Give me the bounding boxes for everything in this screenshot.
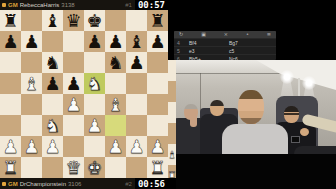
black-pawn: ♟ [84, 31, 105, 52]
white-rook: ♜ [147, 157, 168, 178]
square-g7[interactable]: ♝ [126, 31, 147, 52]
square-h5[interactable] [147, 73, 168, 94]
move-rows: 4Bf4Bg75e3c56Bb5+Nc6 [174, 38, 276, 60]
square-b8[interactable] [21, 10, 42, 31]
move-number: 5 [174, 48, 189, 54]
adjacent-board-square: ♜ [168, 165, 176, 178]
square-c4[interactable] [42, 94, 63, 115]
clock-top: 00:57 [135, 0, 168, 10]
square-a8[interactable]: ♜ [0, 10, 21, 31]
black-bishop: ♝ [126, 31, 147, 52]
square-d4[interactable]: ♟ [63, 94, 84, 115]
black-rook: ♜ [147, 10, 168, 31]
square-b5[interactable]: ♝ [21, 73, 42, 94]
white-pawn: ♟ [126, 136, 147, 157]
player-title: GM [8, 181, 18, 187]
square-e3[interactable]: ♟ [84, 115, 105, 136]
square-a3[interactable] [0, 115, 21, 136]
right-pane: ♝♜ [168, 0, 336, 189]
person-left-head [184, 104, 198, 120]
player-name: RebeccaHarris [20, 2, 60, 8]
square-e8[interactable]: ♚ [84, 10, 105, 31]
white-pawn: ♟ [0, 136, 21, 157]
square-c6[interactable]: ♞ [42, 52, 63, 73]
white-king: ♚ [84, 157, 105, 178]
square-e2[interactable] [84, 136, 105, 157]
refresh-icon[interactable]: ↻ [179, 31, 183, 38]
board-number: #1 [125, 2, 132, 8]
square-h6[interactable] [147, 52, 168, 73]
black-pawn: ♟ [21, 31, 42, 52]
player-rating: 3106 [68, 181, 81, 187]
square-d8[interactable]: ♛ [63, 10, 84, 31]
square-b2[interactable]: ♟ [21, 136, 42, 157]
bar-right: #1 00:57 [125, 0, 168, 10]
move-number: 6 [174, 56, 189, 61]
square-d6[interactable] [63, 52, 84, 73]
white-pawn: ♟ [147, 136, 168, 157]
phone [291, 136, 300, 143]
white-bishop: ♝ [168, 144, 176, 165]
menu-icon[interactable]: ≡ [267, 31, 271, 38]
square-g2[interactable]: ♟ [126, 136, 147, 157]
square-b4[interactable] [21, 94, 42, 115]
square-g1[interactable] [126, 157, 147, 178]
square-f3[interactable] [105, 115, 126, 136]
camera-icon[interactable]: ▣ [201, 31, 206, 38]
square-c2[interactable]: ♟ [42, 136, 63, 157]
black-pawn: ♟ [126, 52, 147, 73]
square-b6[interactable] [21, 52, 42, 73]
white-bishop: ♝ [105, 94, 126, 115]
black-bishop: ♝ [42, 10, 63, 31]
square-d7[interactable] [63, 31, 84, 52]
square-g6[interactable]: ♟ [126, 52, 147, 73]
black-move[interactable]: c5 [229, 48, 276, 54]
square-h4[interactable] [147, 94, 168, 115]
square-c3[interactable]: ♞ [42, 115, 63, 136]
square-g3[interactable] [126, 115, 147, 136]
player-bar-bottom: GM DrChampionstein 3106 #2 00:56 [0, 178, 168, 189]
stream-frame: GM RebeccaHarris 3138 #1 00:57 ♜♝♛♚♜♟♟♟♟… [0, 0, 336, 189]
square-f8[interactable] [105, 10, 126, 31]
square-f5[interactable] [105, 73, 126, 94]
black-pawn: ♟ [63, 73, 84, 94]
square-a7[interactable]: ♟ [0, 31, 21, 52]
square-g4[interactable] [126, 94, 147, 115]
white-move[interactable]: Bb5+ [189, 56, 229, 61]
clock-bottom: 00:56 [135, 178, 168, 189]
recessed-light [280, 70, 294, 84]
square-e5[interactable]: ♞ [84, 73, 105, 94]
white-rook: ♜ [168, 165, 176, 178]
black-pawn: ♟ [42, 73, 63, 94]
black-knight: ♞ [42, 52, 63, 73]
black-queen: ♛ [63, 10, 84, 31]
reaching-hand [300, 128, 309, 136]
square-c7[interactable] [42, 31, 63, 52]
move-row: 6Bb5+Nc6 [174, 54, 276, 60]
player-name: DrChampionstein [20, 181, 66, 187]
square-e6[interactable] [84, 52, 105, 73]
adjacent-board-square [168, 123, 176, 144]
adjacent-board-square [168, 60, 176, 81]
square-a2[interactable]: ♟ [0, 136, 21, 157]
white-queen: ♛ [63, 157, 84, 178]
square-f2[interactable]: ♟ [105, 136, 126, 157]
square-g5[interactable] [126, 73, 147, 94]
black-king: ♚ [84, 10, 105, 31]
ceiling-bulkhead [256, 60, 336, 90]
square-h2[interactable]: ♟ [147, 136, 168, 157]
player-title: GM [8, 2, 18, 8]
white-pawn: ♟ [105, 136, 126, 157]
square-f7[interactable]: ♟ [105, 31, 126, 52]
square-e7[interactable]: ♟ [84, 31, 105, 52]
square-g8[interactable] [126, 10, 147, 31]
square-h3[interactable] [147, 115, 168, 136]
square-h8[interactable]: ♜ [147, 10, 168, 31]
square-f4[interactable]: ♝ [105, 94, 126, 115]
move-panel-toolbar: ↻▣×•≡ [174, 31, 276, 38]
webcam-view [176, 60, 336, 189]
person-second-head [210, 100, 224, 116]
square-h7[interactable]: ♟ [147, 31, 168, 52]
move-list-panel: ↻▣×•≡ 4Bf4Bg75e3c56Bb5+Nc6 [174, 31, 276, 60]
adjacent-board-strip: ♝♜ [168, 60, 176, 178]
white-move[interactable]: e3 [189, 48, 229, 54]
foreground-desk [176, 154, 336, 189]
black-knight: ♞ [105, 52, 126, 73]
square-a4[interactable] [0, 94, 21, 115]
adjacent-board-square: ♝ [168, 144, 176, 165]
square-e1[interactable]: ♚ [84, 157, 105, 178]
white-pawn: ♟ [84, 115, 105, 136]
white-pawn: ♟ [21, 136, 42, 157]
white-rook: ♜ [0, 157, 21, 178]
streamer-flair-icon [2, 3, 6, 7]
square-c1[interactable] [42, 157, 63, 178]
square-f6[interactable]: ♞ [105, 52, 126, 73]
board-number: #2 [125, 181, 132, 187]
move-row: 5e3c5 [174, 46, 276, 54]
square-a1[interactable]: ♜ [0, 157, 21, 178]
square-d2[interactable] [63, 136, 84, 157]
close-icon[interactable]: × [224, 31, 228, 38]
white-pawn: ♟ [63, 94, 84, 115]
black-move[interactable]: Nc6 [229, 56, 276, 61]
square-f1[interactable] [105, 157, 126, 178]
square-d5[interactable]: ♟ [63, 73, 84, 94]
white-bishop: ♝ [21, 73, 42, 94]
black-rook: ♜ [0, 10, 21, 31]
board-pane: GM RebeccaHarris 3138 #1 00:57 ♜♝♛♚♜♟♟♟♟… [0, 0, 168, 189]
square-h1[interactable]: ♜ [147, 157, 168, 178]
glasses [284, 113, 299, 115]
adjacent-board-square [168, 81, 176, 102]
square-d3[interactable] [63, 115, 84, 136]
white-knight: ♞ [84, 73, 105, 94]
black-pawn: ♟ [147, 31, 168, 52]
move-number: 4 [174, 40, 189, 46]
square-e4[interactable] [84, 94, 105, 115]
recessed-light [302, 76, 316, 90]
square-c5[interactable]: ♟ [42, 73, 63, 94]
square-a5[interactable] [0, 73, 21, 94]
square-d1[interactable]: ♛ [63, 157, 84, 178]
square-a6[interactable] [0, 52, 21, 73]
move-row: 4Bf4Bg7 [174, 38, 276, 46]
person-center-head [238, 90, 264, 124]
white-move[interactable]: Bf4 [189, 40, 229, 46]
white-pawn: ♟ [42, 136, 63, 157]
player-bar-top: GM RebeccaHarris 3138 #1 00:57 [0, 0, 168, 10]
player-rating: 3138 [61, 2, 74, 8]
adjacent-board-square [168, 102, 176, 123]
dot-icon[interactable]: • [246, 31, 249, 38]
streamer-flair-icon [2, 182, 6, 186]
black-pawn: ♟ [0, 31, 21, 52]
square-b3[interactable] [21, 115, 42, 136]
black-move[interactable]: Bg7 [229, 40, 276, 46]
square-b1[interactable] [21, 157, 42, 178]
bar-right: #2 00:56 [125, 178, 168, 189]
chess-board[interactable]: ♜♝♛♚♜♟♟♟♟♝♟♞♞♟♝♟♟♞♟♝♞♟♟♟♟♟♟♟♜♛♚♜ [0, 10, 168, 178]
square-b7[interactable]: ♟ [21, 31, 42, 52]
square-c8[interactable]: ♝ [42, 10, 63, 31]
black-pawn: ♟ [105, 31, 126, 52]
white-knight: ♞ [42, 115, 63, 136]
